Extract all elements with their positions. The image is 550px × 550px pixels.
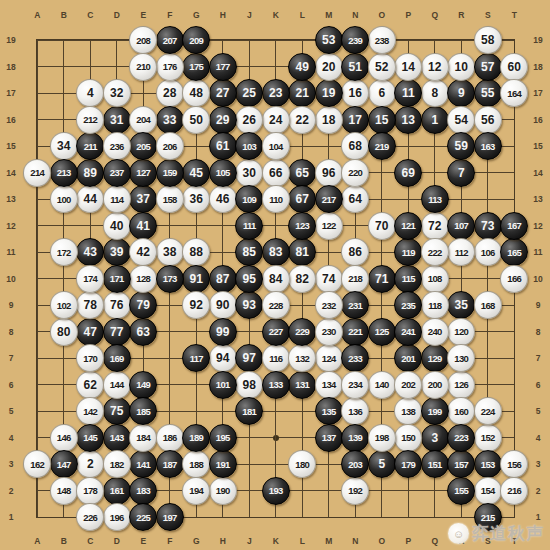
board-point — [51, 345, 78, 372]
move-number: 16 — [349, 87, 362, 99]
stone-black-s17: 55 — [474, 79, 502, 107]
move-number: 210 — [136, 62, 150, 72]
move-number: 164 — [507, 89, 521, 99]
stone-black-n4: 139 — [341, 424, 369, 452]
board-point — [183, 504, 210, 531]
move-number: 177 — [216, 62, 230, 72]
coord-label: 10 — [3, 266, 19, 293]
board-point — [24, 213, 51, 240]
stone-black-r4: 223 — [447, 424, 475, 452]
board-point — [263, 504, 290, 531]
stone-black-o15: 219 — [368, 132, 396, 160]
stone-black-e14: 127 — [129, 159, 157, 187]
stone-black-q16: 1 — [421, 106, 449, 134]
stone-black-e6: 149 — [129, 371, 157, 399]
stone-white-p6: 202 — [394, 371, 422, 399]
move-number: 211 — [84, 142, 97, 152]
stone-white-s9: 168 — [474, 291, 502, 319]
stone-black-m13: 217 — [315, 185, 343, 213]
coord-label: 1 — [3, 504, 19, 531]
coord-label: 17 — [3, 80, 19, 107]
board-point — [369, 186, 396, 213]
stone-white-k13: 110 — [262, 185, 290, 213]
coord-label: M — [316, 534, 343, 547]
board-point — [183, 372, 210, 399]
stone-black-f10: 173 — [156, 265, 184, 293]
move-number: 49 — [296, 61, 309, 73]
move-number: 103 — [242, 142, 256, 152]
stone-black-h8: 99 — [209, 318, 237, 346]
move-number: 82 — [296, 273, 309, 285]
move-number: 170 — [83, 354, 97, 364]
move-number: 209 — [189, 36, 203, 46]
board-point — [316, 133, 343, 160]
board-point — [77, 27, 104, 54]
move-number: 14 — [402, 61, 415, 73]
move-number: 233 — [348, 354, 362, 364]
stone-black-f1: 197 — [156, 503, 184, 531]
star-point — [273, 435, 279, 441]
move-number: 96 — [322, 167, 335, 179]
board-point — [157, 478, 184, 505]
move-number: 95 — [243, 273, 256, 285]
stone-white-s16: 56 — [474, 106, 502, 134]
stone-white-r8: 120 — [447, 318, 475, 346]
coord-label: 7 — [3, 345, 19, 372]
move-number: 126 — [454, 380, 468, 390]
stone-black-d4: 143 — [103, 424, 131, 452]
move-number: 17 — [349, 114, 362, 126]
stone-black-s12: 73 — [474, 212, 502, 240]
coord-label: A — [24, 534, 51, 547]
stone-black-k2: 193 — [262, 477, 290, 505]
move-number: 101 — [216, 380, 230, 390]
move-number: 178 — [83, 486, 97, 496]
move-number: 166 — [507, 274, 521, 284]
coord-label: 3 — [3, 451, 19, 478]
move-number: 8 — [431, 87, 438, 99]
move-number: 53 — [322, 34, 335, 46]
move-number: 24 — [269, 114, 282, 126]
board-point — [263, 425, 290, 452]
coord-label: 7 — [530, 345, 546, 372]
move-number: 50 — [190, 114, 203, 126]
coord-label: 4 — [530, 425, 546, 452]
go-board-screenshot: ABCDEFGHJKLMNOPQRST ABCDEFGHJKLMNOPQRST … — [0, 0, 550, 550]
move-number: 161 — [110, 486, 124, 496]
move-number: 75 — [110, 405, 123, 417]
coord-label: 11 — [3, 239, 19, 266]
coord-label: 12 — [530, 213, 546, 240]
stone-white-n6: 234 — [341, 371, 369, 399]
stone-black-h6: 101 — [209, 371, 237, 399]
move-number: 84 — [269, 273, 282, 285]
move-number: 97 — [243, 352, 256, 364]
move-number: 59 — [455, 140, 468, 152]
coord-label: H — [210, 534, 237, 547]
move-number: 176 — [163, 62, 177, 72]
move-number: 150 — [401, 433, 415, 443]
stone-white-e4: 184 — [129, 424, 157, 452]
stone-white-b13: 100 — [50, 185, 78, 213]
board-point — [501, 398, 528, 425]
stone-white-f11: 38 — [156, 238, 184, 266]
coord-label: 2 — [3, 478, 19, 505]
board-point — [236, 425, 263, 452]
stone-white-q12: 72 — [421, 212, 449, 240]
move-number: 33 — [163, 114, 176, 126]
board-point — [475, 160, 502, 187]
stone-white-o17: 6 — [368, 79, 396, 107]
move-number: 60 — [508, 61, 521, 73]
stone-black-p14: 69 — [394, 159, 422, 187]
move-number: 208 — [136, 36, 150, 46]
board-point — [501, 319, 528, 346]
coord-label: N — [342, 534, 369, 547]
move-number: 83 — [269, 246, 282, 258]
stone-black-o8: 125 — [368, 318, 396, 346]
stone-black-f19: 207 — [156, 26, 184, 54]
stone-white-b9: 102 — [50, 291, 78, 319]
move-number: 205 — [136, 142, 150, 152]
board-point — [51, 398, 78, 425]
board-point — [236, 319, 263, 346]
move-number: 31 — [110, 114, 123, 126]
move-number: 79 — [137, 299, 150, 311]
move-number: 180 — [295, 460, 309, 470]
move-number: 13 — [402, 114, 415, 126]
board-point — [24, 27, 51, 54]
move-number: 5 — [378, 458, 385, 470]
board-point — [24, 504, 51, 531]
move-number: 155 — [454, 486, 468, 496]
move-number: 9 — [458, 87, 465, 99]
move-number: 80 — [57, 326, 70, 338]
coord-numbers-right: 19181716151413121110987654321 — [530, 27, 546, 531]
board-point — [289, 292, 316, 319]
stone-black-c8: 47 — [76, 318, 104, 346]
stone-white-f4: 186 — [156, 424, 184, 452]
board-point — [263, 27, 290, 54]
stone-white-r18: 10 — [447, 53, 475, 81]
stone-white-s2: 154 — [474, 477, 502, 505]
move-number: 190 — [216, 486, 230, 496]
stone-white-t10: 166 — [500, 265, 528, 293]
move-number: 184 — [136, 433, 150, 443]
stone-white-l16: 22 — [288, 106, 316, 134]
move-number: 43 — [84, 246, 97, 258]
move-number: 183 — [136, 486, 150, 496]
move-number: 146 — [57, 433, 71, 443]
stone-white-m14: 96 — [315, 159, 343, 187]
move-number: 234 — [348, 380, 362, 390]
coord-label: G — [183, 534, 210, 547]
stone-white-r16: 54 — [447, 106, 475, 134]
stone-white-d13: 114 — [103, 185, 131, 213]
board-point — [24, 319, 51, 346]
stone-black-q5: 199 — [421, 397, 449, 425]
coord-label: D — [104, 534, 131, 547]
stone-black-d2: 161 — [103, 477, 131, 505]
move-number: 61 — [216, 140, 229, 152]
board-point — [501, 27, 528, 54]
move-number: 77 — [110, 326, 123, 338]
stone-white-b4: 146 — [50, 424, 78, 452]
stone-black-c4: 145 — [76, 424, 104, 452]
board-point — [24, 478, 51, 505]
move-number: 240 — [428, 327, 442, 337]
coord-label: 13 — [530, 186, 546, 213]
stone-black-h17: 27 — [209, 79, 237, 107]
board-point — [316, 504, 343, 531]
coord-label: 18 — [530, 54, 546, 81]
stone-black-b14: 213 — [50, 159, 78, 187]
board-point — [422, 478, 449, 505]
move-number: 111 — [243, 221, 256, 231]
move-number: 20 — [322, 61, 335, 73]
stone-black-f14: 159 — [156, 159, 184, 187]
stone-black-l6: 131 — [288, 371, 316, 399]
stone-white-m18: 20 — [315, 53, 343, 81]
coord-numbers-left: 19181716151413121110987654321 — [3, 27, 19, 531]
stone-white-k14: 66 — [262, 159, 290, 187]
stone-white-s11: 106 — [474, 238, 502, 266]
move-number: 120 — [454, 327, 468, 337]
move-number: 74 — [322, 273, 335, 285]
stone-black-k6: 133 — [262, 371, 290, 399]
coord-label: 13 — [3, 186, 19, 213]
move-number: 227 — [269, 327, 283, 337]
coord-label: 18 — [3, 54, 19, 81]
board-point — [51, 504, 78, 531]
board-point — [395, 478, 422, 505]
move-number: 195 — [216, 433, 230, 443]
coord-label: 6 — [530, 372, 546, 399]
board-point — [501, 186, 528, 213]
move-number: 203 — [348, 460, 362, 470]
go-board: 1234567891011121314151617181920212223242… — [24, 27, 528, 531]
coord-label: 5 — [530, 398, 546, 425]
stone-black-k17: 23 — [262, 79, 290, 107]
move-number: 171 — [110, 274, 124, 284]
move-number: 3 — [431, 432, 438, 444]
stone-black-o3: 5 — [368, 450, 396, 478]
stone-white-k9: 228 — [262, 291, 290, 319]
stone-black-g14: 45 — [182, 159, 210, 187]
board-point — [24, 292, 51, 319]
board-point — [51, 27, 78, 54]
board-point — [24, 266, 51, 293]
stone-black-n16: 17 — [341, 106, 369, 134]
coord-label: C — [77, 534, 104, 547]
coord-label: K — [263, 8, 290, 21]
move-number: 55 — [481, 87, 494, 99]
move-number: 104 — [269, 142, 283, 152]
stone-black-s15: 163 — [474, 132, 502, 160]
stone-white-q17: 8 — [421, 79, 449, 107]
move-number: 167 — [507, 221, 521, 231]
move-number: 147 — [57, 460, 71, 470]
move-number: 105 — [216, 168, 230, 178]
coord-label: G — [183, 8, 210, 21]
move-number: 48 — [190, 87, 203, 99]
board-point — [157, 398, 184, 425]
move-number: 222 — [428, 248, 442, 258]
move-number: 66 — [269, 167, 282, 179]
board-point — [24, 372, 51, 399]
board-point — [289, 133, 316, 160]
move-number: 93 — [243, 299, 256, 311]
move-number: 64 — [349, 193, 362, 205]
move-number: 204 — [136, 115, 150, 125]
stone-black-j12: 111 — [235, 212, 263, 240]
coord-label: P — [395, 534, 422, 547]
move-number: 62 — [84, 379, 97, 391]
coord-label: A — [24, 8, 51, 21]
stone-white-a14: 214 — [23, 159, 51, 187]
move-number: 139 — [348, 433, 362, 443]
move-number: 182 — [110, 460, 124, 470]
move-number: 148 — [57, 486, 71, 496]
board-point — [369, 504, 396, 531]
board-point — [24, 398, 51, 425]
move-number: 72 — [428, 220, 441, 232]
board-point — [263, 54, 290, 81]
board-point — [236, 451, 263, 478]
move-number: 225 — [136, 513, 150, 523]
board-point — [24, 107, 51, 134]
stone-white-j14: 30 — [235, 159, 263, 187]
move-number: 159 — [163, 168, 177, 178]
coord-label: E — [130, 8, 157, 21]
stone-black-h15: 61 — [209, 132, 237, 160]
move-number: 42 — [137, 246, 150, 258]
move-number: 214 — [30, 168, 44, 178]
stone-black-g4: 189 — [182, 424, 210, 452]
coord-label: P — [395, 8, 422, 21]
move-number: 112 — [455, 248, 468, 258]
stone-black-k11: 83 — [262, 238, 290, 266]
board-point — [342, 213, 369, 240]
stone-white-q18: 12 — [421, 53, 449, 81]
stone-white-c6: 62 — [76, 371, 104, 399]
coord-label: 14 — [530, 160, 546, 187]
move-number: 78 — [84, 299, 97, 311]
stone-black-l18: 49 — [288, 53, 316, 81]
board-point — [236, 27, 263, 54]
move-number: 51 — [349, 61, 362, 73]
stone-white-k16: 24 — [262, 106, 290, 134]
move-number: 215 — [481, 513, 495, 523]
move-number: 220 — [348, 168, 362, 178]
board-point — [130, 345, 157, 372]
stone-white-t2: 216 — [500, 477, 528, 505]
board-point — [210, 27, 237, 54]
move-number: 179 — [401, 460, 415, 470]
move-number: 130 — [454, 354, 468, 364]
move-number: 91 — [190, 273, 203, 285]
move-number: 12 — [428, 61, 441, 73]
stone-white-d3: 182 — [103, 450, 131, 478]
stone-black-p10: 115 — [394, 265, 422, 293]
stone-white-g16: 50 — [182, 106, 210, 134]
stone-black-o10: 71 — [368, 265, 396, 293]
coord-label: M — [316, 8, 343, 21]
move-number: 192 — [348, 486, 362, 496]
board-point — [501, 133, 528, 160]
move-number: 34 — [57, 140, 70, 152]
move-number: 87 — [216, 273, 229, 285]
board-point — [24, 345, 51, 372]
move-number: 99 — [216, 326, 229, 338]
coord-label: R — [448, 8, 475, 21]
stone-white-q10: 108 — [421, 265, 449, 293]
stone-white-h9: 90 — [209, 291, 237, 319]
move-number: 153 — [481, 460, 495, 470]
stone-black-j10: 95 — [235, 265, 263, 293]
move-number: 224 — [481, 407, 495, 417]
move-number: 56 — [481, 114, 494, 126]
board-point — [104, 27, 131, 54]
board-point — [501, 345, 528, 372]
move-number: 152 — [481, 433, 495, 443]
stone-white-c2: 178 — [76, 477, 104, 505]
stone-white-g2: 194 — [182, 477, 210, 505]
move-number: 90 — [216, 299, 229, 311]
move-number: 135 — [322, 407, 336, 417]
board-point — [395, 27, 422, 54]
move-number: 125 — [375, 327, 389, 337]
watermark-text: 弈道秋声 — [472, 522, 544, 545]
board-point — [316, 239, 343, 266]
move-number: 26 — [243, 114, 256, 126]
coord-label: 19 — [530, 27, 546, 54]
move-number: 217 — [322, 195, 336, 205]
move-number: 131 — [295, 380, 309, 390]
coord-label: F — [157, 534, 184, 547]
board-point — [157, 292, 184, 319]
board-point — [24, 425, 51, 452]
move-number: 85 — [243, 246, 256, 258]
move-number: 67 — [296, 193, 309, 205]
board-point — [77, 54, 104, 81]
coord-label: 17 — [530, 80, 546, 107]
board-point — [369, 292, 396, 319]
move-number: 136 — [348, 407, 362, 417]
board-point — [130, 80, 157, 107]
board-point — [422, 160, 449, 187]
stone-white-q6: 200 — [421, 371, 449, 399]
move-number: 206 — [163, 142, 177, 152]
stone-black-p8: 241 — [394, 318, 422, 346]
move-number: 23 — [269, 87, 282, 99]
stone-white-b15: 34 — [50, 132, 78, 160]
move-number: 57 — [481, 61, 494, 73]
board-point — [501, 372, 528, 399]
move-number: 54 — [455, 114, 468, 126]
stone-black-s3: 153 — [474, 450, 502, 478]
board-point — [24, 54, 51, 81]
move-number: 52 — [375, 61, 388, 73]
stone-black-q13: 113 — [421, 185, 449, 213]
stone-black-h18: 177 — [209, 53, 237, 81]
move-number: 239 — [348, 36, 362, 46]
coord-label: 3 — [530, 451, 546, 478]
stone-black-c14: 89 — [76, 159, 104, 187]
move-number: 173 — [163, 274, 177, 284]
move-number: 165 — [507, 248, 521, 258]
stone-black-e2: 183 — [129, 477, 157, 505]
